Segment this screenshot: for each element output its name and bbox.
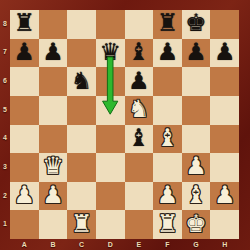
file-label-d: D (104, 239, 116, 250)
piece-black-rook[interactable]: ♜ (14, 11, 36, 35)
piece-black-rook[interactable]: ♜ (157, 11, 179, 35)
rank-label-5: 5 (0, 106, 10, 113)
square-f5[interactable] (153, 96, 182, 125)
square-h8[interactable] (210, 10, 239, 39)
square-b3[interactable]: ♛ (39, 153, 68, 182)
piece-white-knight[interactable]: ♞ (128, 97, 150, 121)
square-g6[interactable] (182, 67, 211, 96)
square-f7[interactable]: ♟ (153, 39, 182, 68)
piece-black-pawn[interactable]: ♟ (185, 40, 207, 64)
piece-white-pawn[interactable]: ♟ (42, 183, 64, 207)
piece-black-pawn[interactable]: ♟ (214, 40, 236, 64)
square-g4[interactable] (182, 125, 211, 154)
piece-black-queen[interactable]: ♛ (99, 40, 121, 64)
square-a1[interactable] (10, 210, 39, 239)
square-c1[interactable]: ♜ (67, 210, 96, 239)
square-e1[interactable] (125, 210, 154, 239)
square-f8[interactable]: ♜ (153, 10, 182, 39)
square-c6[interactable]: ♞ (67, 67, 96, 96)
chess-board-window: ♜♜♚♟♟♛♝♟♟♟♞♟♞♝♝♛♟♟♟♟♝♟♜♜♚ 87654321ABCDEF… (0, 0, 250, 250)
piece-white-bishop[interactable]: ♝ (157, 126, 179, 150)
square-a6[interactable] (10, 67, 39, 96)
rank-label-7: 7 (0, 48, 10, 55)
square-c3[interactable] (67, 153, 96, 182)
square-d6[interactable] (96, 67, 125, 96)
file-label-f: F (161, 239, 173, 250)
piece-black-bishop[interactable]: ♝ (128, 126, 150, 150)
square-c7[interactable] (67, 39, 96, 68)
square-e3[interactable] (125, 153, 154, 182)
piece-white-bishop[interactable]: ♝ (185, 183, 207, 207)
square-h5[interactable] (210, 96, 239, 125)
piece-black-pawn[interactable]: ♟ (42, 40, 64, 64)
square-d7[interactable]: ♛ (96, 39, 125, 68)
square-g1[interactable]: ♚ (182, 210, 211, 239)
square-c4[interactable] (67, 125, 96, 154)
file-label-h: H (219, 239, 231, 250)
square-d5[interactable] (96, 96, 125, 125)
square-b1[interactable] (39, 210, 68, 239)
file-label-c: C (76, 239, 88, 250)
square-h3[interactable] (210, 153, 239, 182)
square-c5[interactable] (67, 96, 96, 125)
piece-white-pawn[interactable]: ♟ (157, 183, 179, 207)
piece-black-king[interactable]: ♚ (185, 11, 207, 35)
square-a2[interactable]: ♟ (10, 182, 39, 211)
piece-white-rook[interactable]: ♜ (157, 212, 179, 236)
square-h2[interactable]: ♟ (210, 182, 239, 211)
square-e7[interactable]: ♝ (125, 39, 154, 68)
square-e5[interactable]: ♞ (125, 96, 154, 125)
rank-label-8: 8 (0, 20, 10, 27)
square-c2[interactable] (67, 182, 96, 211)
square-h6[interactable] (210, 67, 239, 96)
piece-black-bishop[interactable]: ♝ (128, 40, 150, 64)
piece-white-pawn[interactable]: ♟ (214, 183, 236, 207)
rank-label-2: 2 (0, 192, 10, 199)
rank-label-3: 3 (0, 163, 10, 170)
square-f2[interactable]: ♟ (153, 182, 182, 211)
square-e8[interactable] (125, 10, 154, 39)
piece-white-king[interactable]: ♚ (185, 212, 207, 236)
piece-black-pawn[interactable]: ♟ (14, 40, 36, 64)
square-a8[interactable]: ♜ (10, 10, 39, 39)
square-b6[interactable] (39, 67, 68, 96)
square-g3[interactable]: ♟ (182, 153, 211, 182)
chess-board[interactable]: ♜♜♚♟♟♛♝♟♟♟♞♟♞♝♝♛♟♟♟♟♝♟♜♜♚ (10, 10, 239, 239)
square-b2[interactable]: ♟ (39, 182, 68, 211)
square-d8[interactable] (96, 10, 125, 39)
square-a5[interactable] (10, 96, 39, 125)
square-d1[interactable] (96, 210, 125, 239)
file-label-b: B (47, 239, 59, 250)
square-d2[interactable] (96, 182, 125, 211)
square-h1[interactable] (210, 210, 239, 239)
square-b8[interactable] (39, 10, 68, 39)
square-b7[interactable]: ♟ (39, 39, 68, 68)
piece-white-rook[interactable]: ♜ (71, 212, 93, 236)
square-b5[interactable] (39, 96, 68, 125)
square-a4[interactable] (10, 125, 39, 154)
square-f6[interactable] (153, 67, 182, 96)
square-b4[interactable] (39, 125, 68, 154)
piece-white-queen[interactable]: ♛ (42, 154, 64, 178)
square-h4[interactable] (210, 125, 239, 154)
rank-label-1: 1 (0, 220, 10, 227)
square-d3[interactable] (96, 153, 125, 182)
square-g7[interactable]: ♟ (182, 39, 211, 68)
rank-label-6: 6 (0, 77, 10, 84)
square-e4[interactable]: ♝ (125, 125, 154, 154)
piece-white-pawn[interactable]: ♟ (185, 154, 207, 178)
square-d4[interactable] (96, 125, 125, 154)
square-g5[interactable] (182, 96, 211, 125)
square-f4[interactable]: ♝ (153, 125, 182, 154)
piece-black-pawn[interactable]: ♟ (157, 40, 179, 64)
square-h7[interactable]: ♟ (210, 39, 239, 68)
file-label-a: A (18, 239, 30, 250)
rank-label-4: 4 (0, 134, 10, 141)
square-a7[interactable]: ♟ (10, 39, 39, 68)
square-g8[interactable]: ♚ (182, 10, 211, 39)
file-label-g: G (190, 239, 202, 250)
piece-white-pawn[interactable]: ♟ (14, 183, 36, 207)
piece-black-knight[interactable]: ♞ (71, 69, 93, 93)
piece-black-pawn[interactable]: ♟ (128, 69, 150, 93)
square-c8[interactable] (67, 10, 96, 39)
square-g2[interactable]: ♝ (182, 182, 211, 211)
square-e2[interactable] (125, 182, 154, 211)
square-a3[interactable] (10, 153, 39, 182)
square-f3[interactable] (153, 153, 182, 182)
square-e6[interactable]: ♟ (125, 67, 154, 96)
square-f1[interactable]: ♜ (153, 210, 182, 239)
file-label-e: E (133, 239, 145, 250)
